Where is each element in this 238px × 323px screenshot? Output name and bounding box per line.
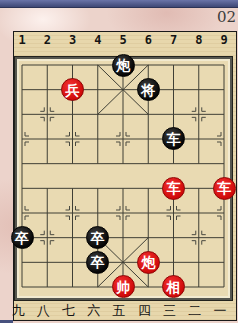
file-hanzi-label: 二: [182, 303, 207, 319]
file-number-label: 5: [110, 33, 135, 47]
file-hanzi-label: 六: [81, 303, 106, 319]
file-hanzi-label: 四: [132, 303, 157, 319]
red-elephant[interactable]: 相: [162, 275, 185, 298]
file-number-label: 1: [9, 33, 34, 47]
top-coordinates: 123456789: [9, 33, 236, 47]
red-soldier[interactable]: 兵: [61, 78, 84, 101]
board-panel: 123456789: [13, 31, 237, 321]
file-hanzi-label: 一: [207, 303, 232, 319]
file-number-label: 3: [60, 33, 85, 47]
window-top-bar: [0, 0, 238, 8]
file-hanzi-label: 八: [31, 303, 56, 319]
file-hanzi-label: 五: [106, 303, 131, 319]
red-chariot[interactable]: 车: [162, 177, 185, 200]
red-chariot[interactable]: 车: [213, 177, 236, 200]
file-number-label: 9: [211, 33, 236, 47]
marble-background: 02 123456789: [0, 0, 238, 323]
file-number-label: 6: [136, 33, 161, 47]
piece-layer: 炮兵将车车车卒卒卒炮帅相: [9, 53, 236, 300]
puzzle-number: 02: [217, 8, 236, 26]
file-hanzi-label: 七: [56, 303, 81, 319]
file-number-label: 2: [35, 33, 60, 47]
black-cannon[interactable]: 炮: [112, 54, 135, 77]
black-chariot[interactable]: 车: [162, 127, 185, 150]
file-number-label: 7: [161, 33, 186, 47]
black-soldier[interactable]: 卒: [86, 226, 109, 249]
file-number-label: 8: [186, 33, 211, 47]
file-number-label: 4: [85, 33, 110, 47]
black-general[interactable]: 将: [137, 78, 160, 101]
file-hanzi-label: 三: [157, 303, 182, 319]
black-soldier[interactable]: 卒: [11, 226, 34, 249]
file-hanzi-label: 九: [5, 303, 30, 319]
red-cannon[interactable]: 炮: [137, 251, 160, 274]
black-soldier[interactable]: 卒: [86, 251, 109, 274]
bottom-coordinates: 九八七六五四三二一: [5, 303, 232, 319]
red-general[interactable]: 帅: [112, 275, 135, 298]
